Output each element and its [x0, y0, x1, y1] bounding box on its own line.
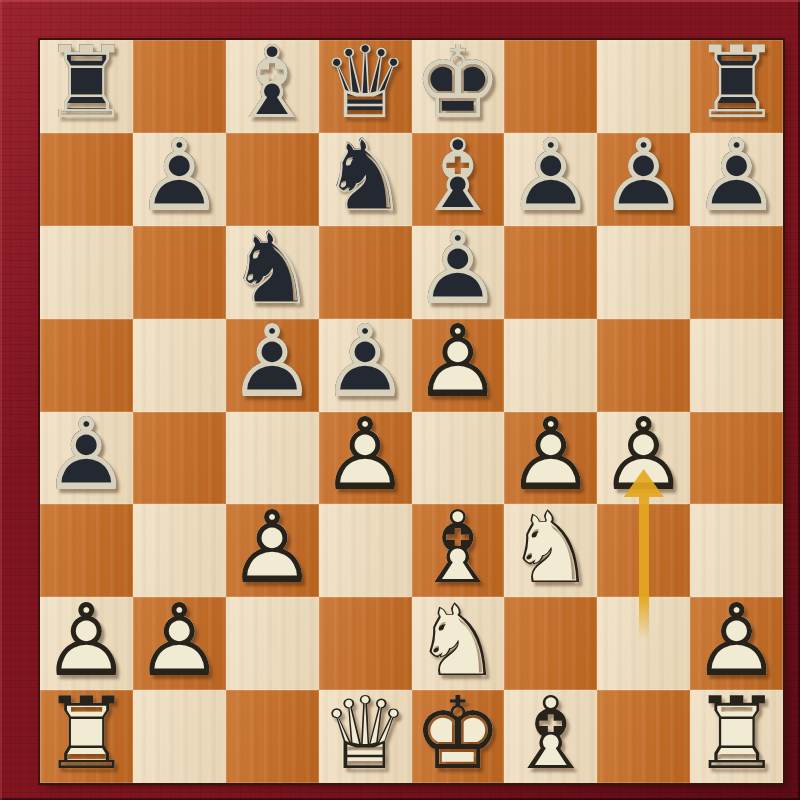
square-g2[interactable]	[597, 597, 690, 690]
black-pawn-c5[interactable]: ♟♙	[226, 319, 319, 412]
piece-detail: ♘	[320, 126, 410, 226]
piece-detail: ♔	[413, 684, 503, 784]
square-c1[interactable]	[226, 690, 319, 783]
square-c3[interactable]: ♟♙	[226, 504, 319, 597]
square-h5[interactable]	[690, 319, 783, 412]
square-d7[interactable]: ♞♘	[319, 133, 412, 226]
piece-detail: ♙	[227, 312, 317, 412]
square-f3[interactable]: ♞♘	[504, 504, 597, 597]
square-a6[interactable]	[40, 226, 133, 319]
piece-detail: ♙	[320, 405, 410, 505]
white-bishop-f1[interactable]: ♝♗	[504, 690, 597, 783]
piece-detail: ♙	[413, 312, 503, 412]
black-rook-a8[interactable]: ♜♖	[40, 40, 133, 133]
piece-detail: ♖	[42, 684, 132, 784]
piece-detail: ♙	[42, 405, 132, 505]
square-a8[interactable]: ♜♖	[40, 40, 133, 133]
square-e1[interactable]: ♚♔	[412, 690, 505, 783]
square-f7[interactable]: ♟♙	[504, 133, 597, 226]
square-h1[interactable]: ♜♖	[690, 690, 783, 783]
piece-detail: ♙	[599, 126, 689, 226]
piece-detail: ♙	[134, 591, 224, 691]
square-g4[interactable]: ♟♙	[597, 412, 690, 505]
black-pawn-f7[interactable]: ♟♙	[504, 133, 597, 226]
square-b7[interactable]: ♟♙	[133, 133, 226, 226]
white-pawn-d4[interactable]: ♟♙	[319, 412, 412, 505]
white-king-e1[interactable]: ♚♔	[412, 690, 505, 783]
black-pawn-a4[interactable]: ♟♙	[40, 412, 133, 505]
piece-detail: ♖	[692, 684, 782, 784]
white-queen-d1[interactable]: ♛♕	[319, 690, 412, 783]
piece-detail: ♖	[42, 33, 132, 133]
square-e5[interactable]: ♟♙	[412, 319, 505, 412]
white-knight-f3[interactable]: ♞♘	[504, 504, 597, 597]
square-h7[interactable]: ♟♙	[690, 133, 783, 226]
piece-detail: ♙	[506, 126, 596, 226]
square-b6[interactable]	[133, 226, 226, 319]
square-h4[interactable]	[690, 412, 783, 505]
square-g7[interactable]: ♟♙	[597, 133, 690, 226]
piece-detail: ♙	[692, 126, 782, 226]
square-d1[interactable]: ♛♕	[319, 690, 412, 783]
square-f6[interactable]	[504, 226, 597, 319]
square-a1[interactable]: ♜♖	[40, 690, 133, 783]
square-b4[interactable]	[133, 412, 226, 505]
square-g6[interactable]	[597, 226, 690, 319]
black-pawn-b7[interactable]: ♟♙	[133, 133, 226, 226]
square-g1[interactable]	[597, 690, 690, 783]
black-bishop-c8[interactable]: ♝♗	[226, 40, 319, 133]
square-b1[interactable]	[133, 690, 226, 783]
piece-detail: ♙	[599, 405, 689, 505]
white-rook-a1[interactable]: ♜♖	[40, 690, 133, 783]
square-c2[interactable]	[226, 597, 319, 690]
square-f1[interactable]: ♝♗	[504, 690, 597, 783]
square-a4[interactable]: ♟♙	[40, 412, 133, 505]
black-pawn-g7[interactable]: ♟♙	[597, 133, 690, 226]
white-pawn-g4[interactable]: ♟♙	[597, 412, 690, 505]
piece-detail: ♗	[506, 684, 596, 784]
black-pawn-h7[interactable]: ♟♙	[690, 133, 783, 226]
black-knight-d7[interactable]: ♞♘	[319, 133, 412, 226]
piece-detail: ♕	[320, 684, 410, 784]
square-d3[interactable]	[319, 504, 412, 597]
piece-detail: ♘	[506, 498, 596, 598]
square-b5[interactable]	[133, 319, 226, 412]
piece-detail: ♙	[134, 126, 224, 226]
square-g3[interactable]	[597, 504, 690, 597]
square-a7[interactable]	[40, 133, 133, 226]
white-rook-h1[interactable]: ♜♖	[690, 690, 783, 783]
square-d4[interactable]: ♟♙	[319, 412, 412, 505]
square-h6[interactable]	[690, 226, 783, 319]
white-pawn-c3[interactable]: ♟♙	[226, 504, 319, 597]
white-pawn-e5[interactable]: ♟♙	[412, 319, 505, 412]
piece-detail: ♙	[227, 498, 317, 598]
square-c8[interactable]: ♝♗	[226, 40, 319, 133]
piece-detail: ♗	[227, 33, 317, 133]
white-pawn-b2[interactable]: ♟♙	[133, 597, 226, 690]
chess-board: ♜♖♝♗♛♕♚♔♜♖♟♙♞♘♝♗♟♙♟♙♟♙♞♘♟♙♟♙♟♙♟♙♟♙♟♙♟♙♟♙…	[40, 40, 783, 783]
board-frame: ♜♖♝♗♛♕♚♔♜♖♟♙♞♘♝♗♟♙♟♙♟♙♞♘♟♙♟♙♟♙♟♙♟♙♟♙♟♙♟♙…	[0, 0, 800, 800]
square-c5[interactable]: ♟♙	[226, 319, 319, 412]
square-b2[interactable]: ♟♙	[133, 597, 226, 690]
